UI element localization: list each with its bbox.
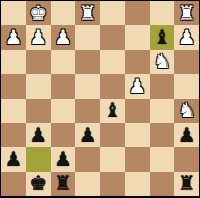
white-knight[interactable]: ♞	[153, 51, 171, 72]
square-d6[interactable]	[100, 123, 125, 147]
square-d7[interactable]	[100, 147, 125, 171]
square-a2[interactable]: ♟	[174, 25, 199, 49]
chess-board: ♚♜♜♟♟♟♝♟♞♟♝♞♟♟♟♟♟♚♜♜	[1, 1, 199, 196]
square-e6[interactable]: ♟	[75, 123, 100, 147]
white-pawn[interactable]: ♟	[54, 27, 72, 48]
square-d4[interactable]	[100, 74, 125, 98]
square-a7[interactable]	[174, 147, 199, 171]
black-bishop[interactable]: ♝	[153, 27, 171, 48]
square-h4[interactable]	[1, 74, 26, 98]
white-king[interactable]: ♚	[29, 3, 47, 24]
square-d8[interactable]	[100, 172, 125, 196]
square-g5[interactable]	[26, 99, 51, 123]
square-f1[interactable]	[51, 1, 76, 25]
white-rook[interactable]: ♜	[79, 3, 97, 24]
square-b7[interactable]	[150, 147, 175, 171]
square-h2[interactable]: ♟	[1, 25, 26, 49]
square-e8[interactable]	[75, 172, 100, 196]
square-g8[interactable]: ♚	[26, 172, 51, 196]
square-d5[interactable]: ♝	[100, 99, 125, 123]
square-b8[interactable]	[150, 172, 175, 196]
square-b4[interactable]	[150, 74, 175, 98]
square-e5[interactable]	[75, 99, 100, 123]
black-bishop[interactable]: ♝	[103, 100, 121, 121]
board-frame: ♚♜♜♟♟♟♝♟♞♟♝♞♟♟♟♟♟♚♜♜	[0, 0, 200, 198]
square-c2[interactable]	[125, 25, 150, 49]
black-pawn[interactable]: ♟	[79, 125, 97, 146]
square-d2[interactable]	[100, 25, 125, 49]
black-pawn[interactable]: ♟	[54, 149, 72, 170]
square-c6[interactable]	[125, 123, 150, 147]
square-b3[interactable]: ♞	[150, 50, 175, 74]
square-g2[interactable]: ♟	[26, 25, 51, 49]
white-rook[interactable]: ♜	[178, 3, 196, 24]
square-c5[interactable]	[125, 99, 150, 123]
square-f8[interactable]: ♜	[51, 172, 76, 196]
white-knight[interactable]: ♞	[178, 100, 196, 121]
square-d3[interactable]	[100, 50, 125, 74]
square-f6[interactable]	[51, 123, 76, 147]
square-a1[interactable]: ♜	[174, 1, 199, 25]
square-h7[interactable]: ♟	[1, 147, 26, 171]
square-g1[interactable]: ♚	[26, 1, 51, 25]
square-e2[interactable]	[75, 25, 100, 49]
square-f3[interactable]	[51, 50, 76, 74]
square-e1[interactable]: ♜	[75, 1, 100, 25]
black-king[interactable]: ♚	[29, 173, 47, 194]
square-e3[interactable]	[75, 50, 100, 74]
square-b2[interactable]: ♝	[150, 25, 175, 49]
black-pawn[interactable]: ♟	[29, 125, 47, 146]
square-g6[interactable]: ♟	[26, 123, 51, 147]
square-e7[interactable]	[75, 147, 100, 171]
square-a3[interactable]	[174, 50, 199, 74]
square-c7[interactable]	[125, 147, 150, 171]
black-pawn[interactable]: ♟	[178, 125, 196, 146]
square-g7[interactable]	[26, 147, 51, 171]
white-pawn[interactable]: ♟	[4, 27, 22, 48]
square-b1[interactable]	[150, 1, 175, 25]
white-pawn[interactable]: ♟	[128, 76, 146, 97]
square-h5[interactable]	[1, 99, 26, 123]
square-c1[interactable]	[125, 1, 150, 25]
square-g3[interactable]	[26, 50, 51, 74]
white-pawn[interactable]: ♟	[29, 27, 47, 48]
black-rook[interactable]: ♜	[178, 173, 196, 194]
square-g4[interactable]	[26, 74, 51, 98]
square-c8[interactable]	[125, 172, 150, 196]
square-f5[interactable]	[51, 99, 76, 123]
black-rook[interactable]: ♜	[54, 173, 72, 194]
square-a5[interactable]: ♞	[174, 99, 199, 123]
square-h6[interactable]	[1, 123, 26, 147]
square-e4[interactable]	[75, 74, 100, 98]
square-f7[interactable]: ♟	[51, 147, 76, 171]
white-pawn[interactable]: ♟	[178, 27, 196, 48]
square-b5[interactable]	[150, 99, 175, 123]
square-c3[interactable]	[125, 50, 150, 74]
square-f4[interactable]	[51, 74, 76, 98]
black-pawn[interactable]: ♟	[4, 149, 22, 170]
square-a4[interactable]	[174, 74, 199, 98]
square-h8[interactable]	[1, 172, 26, 196]
square-d1[interactable]	[100, 1, 125, 25]
square-h1[interactable]	[1, 1, 26, 25]
square-a8[interactable]: ♜	[174, 172, 199, 196]
square-h3[interactable]	[1, 50, 26, 74]
square-f2[interactable]: ♟	[51, 25, 76, 49]
square-a6[interactable]: ♟	[174, 123, 199, 147]
square-b6[interactable]	[150, 123, 175, 147]
square-c4[interactable]: ♟	[125, 74, 150, 98]
